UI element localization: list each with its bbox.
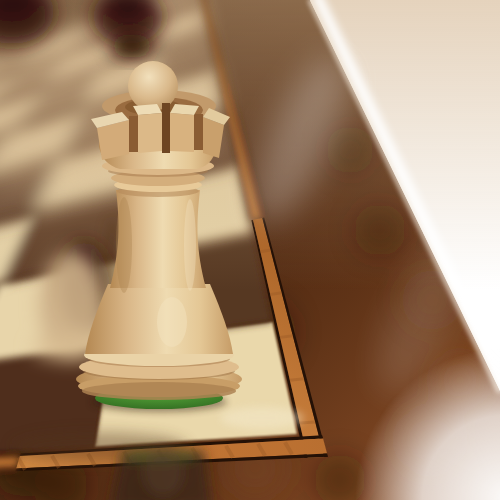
rook-bell bbox=[85, 284, 233, 354]
square-sheen bbox=[220, 407, 304, 429]
dark-piece-base-blurred-2 bbox=[112, 34, 152, 58]
rook-stem bbox=[110, 190, 206, 293]
rook-finial-ball bbox=[128, 61, 178, 111]
rook-cross-slot bbox=[162, 103, 170, 153]
scene-canvas bbox=[0, 0, 500, 500]
chessboard-photo bbox=[0, 0, 500, 500]
rook-reflection bbox=[110, 447, 212, 500]
